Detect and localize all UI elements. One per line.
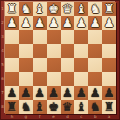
white-rook-piece[interactable]: ♜ <box>104 3 115 15</box>
square-d6[interactable] <box>61 72 75 86</box>
file-label-e: e <box>47 114 61 120</box>
chess-board-frame: ♜♞♝♚♛♝♞♜♟♟♟♟♟♟♟♟♟♟♟♟♟♟♟♟♜♞♝♚♛♝♞♜ hgfedcb… <box>0 0 120 120</box>
square-b4[interactable] <box>88 44 102 58</box>
square-a1[interactable]: ♜ <box>102 2 116 16</box>
rank-label-1: 1 <box>0 2 5 16</box>
square-c3[interactable] <box>74 30 88 44</box>
black-king-piece[interactable]: ♚ <box>48 101 59 113</box>
rank-coordinates: 12345678 <box>0 2 5 114</box>
square-b3[interactable] <box>88 30 102 44</box>
rank-label-5: 5 <box>0 58 5 72</box>
white-knight-piece[interactable]: ♞ <box>90 3 101 15</box>
square-e6[interactable] <box>47 72 61 86</box>
square-f7[interactable]: ♟ <box>33 86 47 100</box>
square-f5[interactable] <box>33 58 47 72</box>
black-pawn-piece[interactable]: ♟ <box>7 87 18 99</box>
square-g8[interactable]: ♞ <box>19 100 33 114</box>
square-f2[interactable]: ♟ <box>33 16 47 30</box>
file-coordinates: hgfedcba <box>5 114 116 120</box>
file-label-b: b <box>88 114 102 120</box>
square-b8[interactable]: ♞ <box>88 100 102 114</box>
square-a4[interactable] <box>102 44 116 58</box>
black-pawn-piece[interactable]: ♟ <box>62 87 73 99</box>
white-queen-piece[interactable]: ♛ <box>62 3 73 15</box>
square-c8[interactable]: ♝ <box>74 100 88 114</box>
square-c4[interactable] <box>74 44 88 58</box>
square-g7[interactable]: ♟ <box>19 86 33 100</box>
square-c6[interactable] <box>74 72 88 86</box>
square-a8[interactable]: ♜ <box>102 100 116 114</box>
white-bishop-piece[interactable]: ♝ <box>76 3 87 15</box>
square-a2[interactable]: ♟ <box>102 16 116 30</box>
square-b6[interactable] <box>88 72 102 86</box>
square-d2[interactable]: ♟ <box>61 16 75 30</box>
file-label-a: a <box>102 114 116 120</box>
square-d4[interactable] <box>61 44 75 58</box>
square-b2[interactable]: ♟ <box>88 16 102 30</box>
square-b5[interactable] <box>88 58 102 72</box>
square-h2[interactable]: ♟ <box>5 16 19 30</box>
square-g5[interactable] <box>19 58 33 72</box>
rank-label-6: 6 <box>0 72 5 86</box>
square-g2[interactable]: ♟ <box>19 16 33 30</box>
square-a7[interactable]: ♟ <box>102 86 116 100</box>
square-e2[interactable]: ♟ <box>47 16 61 30</box>
rank-label-7: 7 <box>0 86 5 100</box>
square-d5[interactable] <box>61 58 75 72</box>
square-e5[interactable] <box>47 58 61 72</box>
square-h1[interactable]: ♜ <box>5 2 19 16</box>
square-c7[interactable]: ♟ <box>74 86 88 100</box>
white-rook-piece[interactable]: ♜ <box>7 3 18 15</box>
black-pawn-piece[interactable]: ♟ <box>34 87 45 99</box>
white-knight-piece[interactable]: ♞ <box>20 3 31 15</box>
square-h4[interactable] <box>5 44 19 58</box>
white-pawn-piece[interactable]: ♟ <box>7 17 18 29</box>
square-h8[interactable]: ♜ <box>5 100 19 114</box>
square-d1[interactable]: ♛ <box>61 2 75 16</box>
rank-label-8: 8 <box>0 100 5 114</box>
black-knight-piece[interactable]: ♞ <box>20 101 31 113</box>
rank-label-3: 3 <box>0 30 5 44</box>
square-a5[interactable] <box>102 58 116 72</box>
square-f8[interactable]: ♝ <box>33 100 47 114</box>
black-pawn-piece[interactable]: ♟ <box>20 87 31 99</box>
square-b7[interactable]: ♟ <box>88 86 102 100</box>
square-f3[interactable] <box>33 30 47 44</box>
square-g1[interactable]: ♞ <box>19 2 33 16</box>
square-e7[interactable]: ♟ <box>47 86 61 100</box>
white-pawn-piece[interactable]: ♟ <box>20 17 31 29</box>
square-g4[interactable] <box>19 44 33 58</box>
black-pawn-piece[interactable]: ♟ <box>90 87 101 99</box>
square-h5[interactable] <box>5 58 19 72</box>
white-pawn-piece[interactable]: ♟ <box>34 17 45 29</box>
file-label-d: d <box>61 114 75 120</box>
square-c5[interactable] <box>74 58 88 72</box>
square-e8[interactable]: ♚ <box>47 100 61 114</box>
black-rook-piece[interactable]: ♜ <box>7 101 18 113</box>
square-a3[interactable] <box>102 30 116 44</box>
square-c1[interactable]: ♝ <box>74 2 88 16</box>
square-e1[interactable]: ♚ <box>47 2 61 16</box>
rank-label-2: 2 <box>0 16 5 30</box>
black-pawn-piece[interactable]: ♟ <box>76 87 87 99</box>
square-h7[interactable]: ♟ <box>5 86 19 100</box>
black-pawn-piece[interactable]: ♟ <box>104 87 115 99</box>
black-bishop-piece[interactable]: ♝ <box>34 101 45 113</box>
white-pawn-piece[interactable]: ♟ <box>62 17 73 29</box>
white-pawn-piece[interactable]: ♟ <box>104 17 115 29</box>
square-e4[interactable] <box>47 44 61 58</box>
white-pawn-piece[interactable]: ♟ <box>90 17 101 29</box>
square-f6[interactable] <box>33 72 47 86</box>
chess-board: ♜♞♝♚♛♝♞♜♟♟♟♟♟♟♟♟♟♟♟♟♟♟♟♟♜♞♝♚♛♝♞♜ <box>5 2 116 114</box>
file-label-c: c <box>74 114 88 120</box>
square-h6[interactable] <box>5 72 19 86</box>
square-a6[interactable] <box>102 72 116 86</box>
square-f4[interactable] <box>33 44 47 58</box>
rank-label-4: 4 <box>0 44 5 58</box>
square-h3[interactable] <box>5 30 19 44</box>
square-d7[interactable]: ♟ <box>61 86 75 100</box>
square-e3[interactable] <box>47 30 61 44</box>
black-queen-piece[interactable]: ♛ <box>62 101 73 113</box>
file-label-f: f <box>33 114 47 120</box>
square-g6[interactable] <box>19 72 33 86</box>
square-d3[interactable] <box>61 30 75 44</box>
square-d8[interactable]: ♛ <box>61 100 75 114</box>
white-king-piece[interactable]: ♚ <box>48 3 59 15</box>
black-pawn-piece[interactable]: ♟ <box>48 87 59 99</box>
black-knight-piece[interactable]: ♞ <box>90 101 101 113</box>
square-c2[interactable]: ♟ <box>74 16 88 30</box>
file-label-g: g <box>19 114 33 120</box>
white-pawn-piece[interactable]: ♟ <box>76 17 87 29</box>
black-rook-piece[interactable]: ♜ <box>104 101 115 113</box>
black-bishop-piece[interactable]: ♝ <box>76 101 87 113</box>
white-bishop-piece[interactable]: ♝ <box>34 3 45 15</box>
square-f1[interactable]: ♝ <box>33 2 47 16</box>
white-pawn-piece[interactable]: ♟ <box>48 17 59 29</box>
square-b1[interactable]: ♞ <box>88 2 102 16</box>
file-label-h: h <box>5 114 19 120</box>
square-g3[interactable] <box>19 30 33 44</box>
